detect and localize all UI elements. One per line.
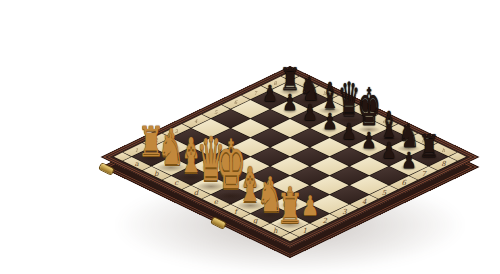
wooden-chess-set-photo: aabbccddeeffgghh1122334455667788♜♞♝♛♚♝♞♜… — [0, 0, 500, 274]
